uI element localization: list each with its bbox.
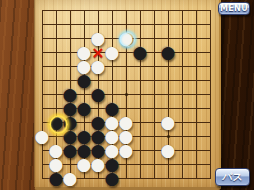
black-stone: ● xyxy=(133,45,147,59)
pass-button[interactable]: パス xyxy=(215,168,250,186)
black-stone: ● xyxy=(77,101,91,115)
white-stone: ● xyxy=(161,143,175,157)
white-stone: ● xyxy=(63,171,77,185)
white-stone: ● xyxy=(91,157,105,171)
black-stone: ● xyxy=(91,87,105,101)
last-move-marker xyxy=(120,32,135,47)
black-stone: ● xyxy=(63,143,77,157)
menu-button[interactable]: MENU xyxy=(218,2,250,15)
star-point xyxy=(167,135,170,138)
white-stone: ● xyxy=(35,129,49,143)
white-stone: ● xyxy=(105,45,119,59)
black-stone: ● xyxy=(105,171,119,185)
black-stone: ● xyxy=(77,73,91,87)
white-stone: ● xyxy=(161,115,175,129)
black-stone: ● xyxy=(161,45,175,59)
star-point xyxy=(125,93,128,96)
game-screen: ●●●●●●●●●●●●●●●●●●●●●●●●●●●●●●●●●●●●●●●●… xyxy=(0,0,254,190)
white-stone: ● xyxy=(77,157,91,171)
black-stone: ● xyxy=(49,171,63,185)
illegal-move-marker: × xyxy=(91,45,105,59)
highlighted-stone-marker xyxy=(49,115,68,134)
go-board[interactable]: ●●●●●●●●●●●●●●●●●●●●●●●●●●●●●●●●●●●●●●●●… xyxy=(34,0,221,190)
white-stone: ● xyxy=(119,143,133,157)
